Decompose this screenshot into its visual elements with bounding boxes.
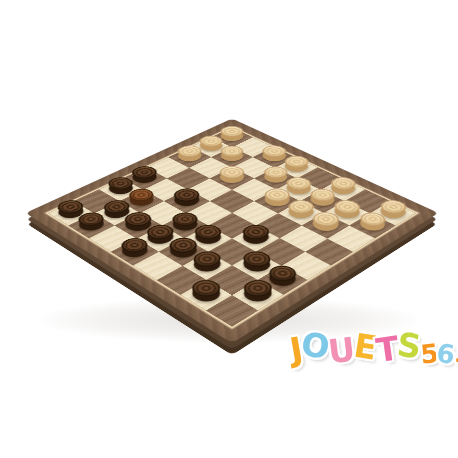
watermark-letter: 6 [434,327,456,381]
product-photo-scene: ⛀⛀⛀⛀⛀⛀⛀⛀⛀⛀⛀⛀⛀⛀⛀⛀⛀⛂⛂⛂⛂⛂⛂⛂⛂⛂⛂⛂⛂⛂⛂⛂⛂⛂⛂⛂ JOU… [0,0,458,458]
jouets56-watermark: JOUETS56.fr [290,322,458,380]
watermark-letter: . [454,329,458,381]
